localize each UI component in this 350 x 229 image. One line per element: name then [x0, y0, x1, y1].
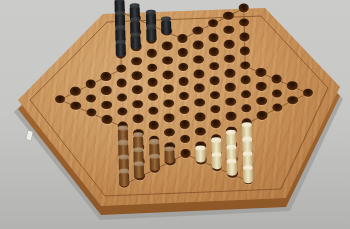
- board-cell: [208, 120, 224, 128]
- board-cell: [143, 35, 159, 43]
- board-cell: [161, 114, 177, 122]
- peg-brown[interactable]: [165, 148, 175, 163]
- board-cell: [52, 95, 68, 103]
- board-hole[interactable]: [223, 26, 234, 35]
- board-cell: [129, 72, 145, 80]
- board-cell: [113, 51, 129, 59]
- board-hole[interactable]: [224, 69, 235, 78]
- board-hole[interactable]: [179, 120, 190, 129]
- peg-natural[interactable]: [196, 147, 206, 162]
- board-cell: [269, 90, 285, 98]
- board-cell: [175, 49, 191, 57]
- board-cell: [83, 80, 99, 88]
- board-cell: [205, 19, 221, 27]
- board-hole[interactable]: [208, 33, 219, 42]
- board-cell: [161, 128, 177, 136]
- board-hole[interactable]: [209, 91, 220, 100]
- board-hole[interactable]: [100, 72, 111, 81]
- board-cell: [128, 57, 144, 65]
- board-cell: [159, 28, 175, 36]
- board-cell: [83, 109, 99, 117]
- board-hole[interactable]: [238, 4, 249, 13]
- board-hole[interactable]: [163, 99, 174, 108]
- board-cell: [221, 26, 237, 34]
- board-hole[interactable]: [147, 92, 158, 101]
- board-hole[interactable]: [101, 115, 112, 124]
- board-cell: [237, 47, 253, 55]
- board-cell: [114, 108, 130, 116]
- board-cell: [223, 112, 239, 120]
- board-cell: [236, 19, 252, 27]
- board-cell: [253, 83, 269, 91]
- board-cell: [206, 48, 222, 56]
- board-hole[interactable]: [54, 95, 65, 104]
- board-hole[interactable]: [210, 105, 221, 114]
- board-cell: [130, 100, 146, 108]
- board-cell: [144, 50, 160, 58]
- board-hole[interactable]: [225, 83, 236, 92]
- peg-brown[interactable]: [119, 171, 129, 186]
- board-hole[interactable]: [178, 63, 189, 72]
- board-cell: [145, 93, 161, 101]
- board-hole[interactable]: [271, 75, 282, 84]
- board-hole[interactable]: [116, 79, 127, 88]
- board-cell: [192, 128, 208, 136]
- board-cell: [221, 41, 237, 49]
- board-cell: [161, 100, 177, 108]
- board-hole[interactable]: [239, 47, 250, 56]
- board-hole[interactable]: [148, 121, 159, 130]
- board-hole[interactable]: [132, 85, 143, 94]
- board-cell: [238, 105, 254, 113]
- peg-black[interactable]: [131, 34, 141, 49]
- board-hole[interactable]: [180, 149, 191, 158]
- board-cell: [254, 112, 270, 120]
- board-hole[interactable]: [238, 18, 249, 27]
- board-cell: [207, 106, 223, 114]
- board-cell: [300, 89, 316, 97]
- board-cell: [193, 156, 209, 164]
- peg-black[interactable]: [161, 19, 171, 34]
- board-cell: [240, 177, 256, 185]
- board-hole[interactable]: [147, 78, 158, 87]
- board-cell: [238, 90, 254, 98]
- board-hole[interactable]: [116, 93, 127, 102]
- board-cell: [145, 78, 161, 86]
- board-hole-grid: [50, 3, 318, 190]
- board-cell: [207, 91, 223, 99]
- board-cell: [98, 87, 114, 95]
- board-hole[interactable]: [287, 81, 298, 90]
- board-cell: [237, 62, 253, 70]
- board-cell: [209, 163, 225, 171]
- board-hole[interactable]: [86, 108, 97, 117]
- board-cell: [190, 27, 206, 35]
- board-cell: [113, 65, 129, 73]
- board-cell: [236, 33, 252, 41]
- board-cell: [177, 121, 193, 129]
- peg-natural[interactable]: [211, 154, 221, 169]
- board-hole[interactable]: [164, 128, 175, 137]
- board-hole[interactable]: [193, 41, 204, 50]
- board-cell: [162, 157, 178, 165]
- board-hole[interactable]: [132, 114, 143, 123]
- board-cell: [98, 73, 114, 81]
- board-cell: [160, 85, 176, 93]
- peg-natural[interactable]: [227, 161, 237, 176]
- board-hole[interactable]: [148, 107, 159, 116]
- board-cell: [190, 41, 206, 49]
- board-hole[interactable]: [223, 11, 234, 20]
- board-hole[interactable]: [70, 101, 81, 110]
- board-cell: [177, 135, 193, 143]
- board-hole[interactable]: [194, 113, 205, 122]
- board-hole[interactable]: [193, 69, 204, 78]
- board-hole[interactable]: [163, 85, 174, 94]
- board-hole[interactable]: [240, 90, 251, 99]
- board-cell: [176, 92, 192, 100]
- board-hole[interactable]: [131, 71, 142, 80]
- board-cell: [68, 102, 84, 110]
- board-hole[interactable]: [70, 87, 81, 96]
- board-cell: [191, 70, 207, 78]
- board-cell: [128, 43, 144, 51]
- board-hole[interactable]: [117, 107, 128, 116]
- board-cell: [220, 12, 236, 20]
- board-hole[interactable]: [255, 68, 266, 77]
- peg-black[interactable]: [146, 26, 156, 41]
- board-cell: [284, 82, 300, 90]
- board-hole[interactable]: [272, 103, 283, 112]
- peg-natural[interactable]: [243, 168, 253, 183]
- board-hole[interactable]: [287, 96, 298, 105]
- board-cell: [175, 63, 191, 71]
- board-cell: [192, 113, 208, 121]
- board-cell: [83, 94, 99, 102]
- board-hole[interactable]: [177, 34, 188, 43]
- board-hole[interactable]: [209, 76, 220, 85]
- board-hole[interactable]: [239, 32, 250, 41]
- board-hole[interactable]: [194, 84, 205, 93]
- board-cell: [285, 96, 301, 104]
- board-hole[interactable]: [101, 101, 112, 110]
- board-cell: [222, 69, 238, 77]
- board-cell: [159, 42, 175, 50]
- board-cell: [99, 116, 115, 124]
- board-cell: [205, 34, 221, 42]
- board-cell: [221, 55, 237, 63]
- board-hole[interactable]: [178, 91, 189, 100]
- board-cell: [174, 35, 190, 43]
- board-hole[interactable]: [85, 94, 96, 103]
- board-hole[interactable]: [210, 119, 221, 128]
- board-cell: [236, 4, 252, 12]
- board-hole[interactable]: [162, 42, 173, 51]
- board-cell: [146, 122, 162, 130]
- board-hole[interactable]: [177, 48, 188, 57]
- board-cell: [99, 101, 115, 109]
- board-hole[interactable]: [224, 54, 235, 63]
- board-hole[interactable]: [162, 70, 173, 79]
- board-hole[interactable]: [207, 19, 218, 28]
- board-hole[interactable]: [240, 75, 251, 84]
- board-hole[interactable]: [194, 98, 205, 107]
- board-cell: [144, 64, 160, 72]
- board-hole[interactable]: [192, 26, 203, 35]
- board-hole[interactable]: [178, 77, 189, 86]
- board-hole[interactable]: [256, 82, 267, 91]
- board-hole[interactable]: [147, 64, 158, 73]
- board-cell: [159, 57, 175, 65]
- board-cell: [129, 86, 145, 94]
- photo-scene: [0, 0, 350, 229]
- board-hole[interactable]: [209, 62, 220, 71]
- board-hole[interactable]: [101, 86, 112, 95]
- board-hole[interactable]: [163, 113, 174, 122]
- board-cell: [160, 71, 176, 79]
- board-hole[interactable]: [240, 61, 251, 70]
- board-hole[interactable]: [132, 100, 143, 109]
- board-cell: [207, 77, 223, 85]
- board-cell: [67, 88, 83, 96]
- board-cell: [269, 104, 285, 112]
- board-cell: [238, 76, 254, 84]
- board-cell: [224, 170, 240, 178]
- board-hole[interactable]: [271, 89, 282, 98]
- board-hole[interactable]: [146, 49, 157, 58]
- peg-brown[interactable]: [134, 163, 144, 178]
- board-cell: [130, 115, 146, 123]
- board-cell: [192, 99, 208, 107]
- peg-brown[interactable]: [149, 156, 159, 171]
- board-hole[interactable]: [85, 80, 96, 89]
- board-cell: [114, 94, 130, 102]
- board-cell: [116, 180, 132, 188]
- board-hole[interactable]: [195, 127, 206, 136]
- board-cell: [176, 78, 192, 86]
- board-cell: [254, 97, 270, 105]
- board-hole[interactable]: [256, 97, 267, 106]
- board-cell: [145, 107, 161, 115]
- board-cell: [176, 106, 192, 114]
- board-hole[interactable]: [225, 112, 236, 121]
- board-cell: [177, 150, 193, 158]
- board-cell: [253, 68, 269, 76]
- board-hole[interactable]: [225, 97, 236, 106]
- board-hole[interactable]: [180, 135, 191, 144]
- board-hole[interactable]: [193, 55, 204, 64]
- board-cell: [191, 84, 207, 92]
- board-cell: [223, 98, 239, 106]
- board-cell: [190, 56, 206, 64]
- board-hole[interactable]: [162, 56, 173, 65]
- board-cell: [206, 62, 222, 70]
- board-hole[interactable]: [116, 64, 127, 73]
- board-hole[interactable]: [256, 111, 267, 120]
- board-hole[interactable]: [179, 106, 190, 115]
- board-cell: [147, 165, 163, 173]
- board-cell: [268, 75, 284, 83]
- board-hole[interactable]: [208, 48, 219, 57]
- peg-black[interactable]: [115, 42, 125, 57]
- board-hole[interactable]: [224, 40, 235, 49]
- board-hole[interactable]: [131, 57, 142, 66]
- board-cell: [114, 79, 130, 87]
- board-hole[interactable]: [302, 88, 313, 97]
- board-cell: [131, 172, 147, 180]
- board-cell: [222, 84, 238, 92]
- board-hole[interactable]: [241, 104, 252, 113]
